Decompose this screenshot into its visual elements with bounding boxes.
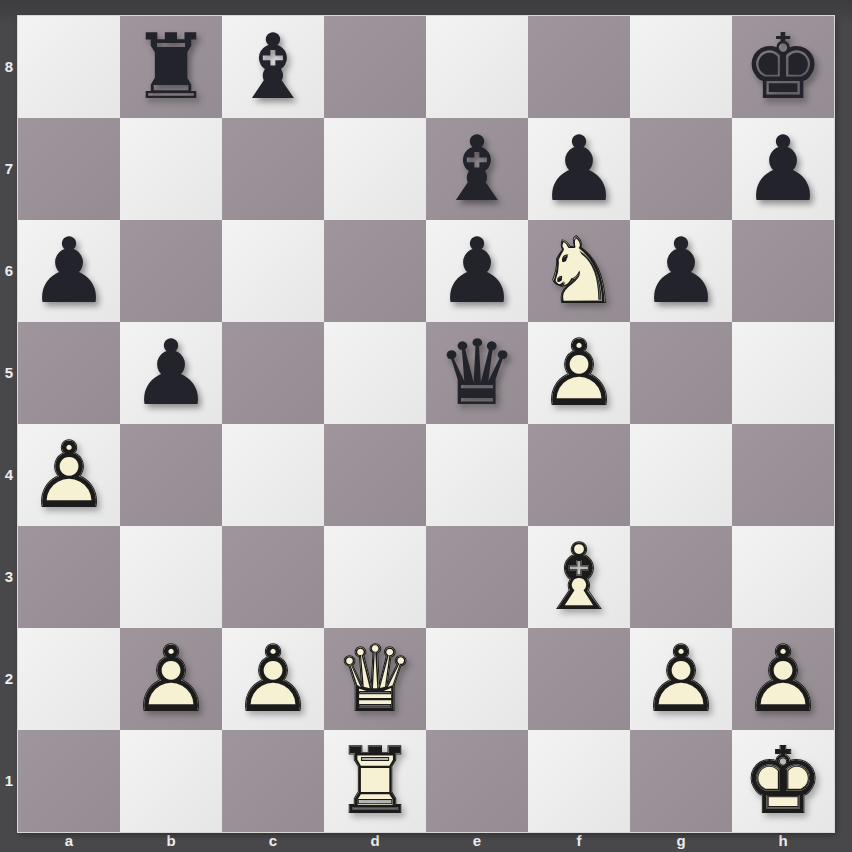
rank-label-2: 2 <box>0 628 18 730</box>
file-label-g: g <box>630 832 732 852</box>
black-pawn: ♟ <box>426 220 528 322</box>
square-e5[interactable]: ♛ <box>426 322 528 424</box>
square-a7[interactable] <box>18 118 120 220</box>
piece-glyph: ♟ <box>18 220 120 322</box>
square-d5[interactable] <box>324 322 426 424</box>
white-king: ♚♔ <box>732 730 834 832</box>
square-c4[interactable] <box>222 424 324 526</box>
square-e2[interactable] <box>426 628 528 730</box>
square-d8[interactable] <box>324 16 426 118</box>
square-c5[interactable] <box>222 322 324 424</box>
piece-glyph: ♟ <box>528 118 630 220</box>
white-pawn: ♟♙ <box>222 628 324 730</box>
square-h4[interactable] <box>732 424 834 526</box>
square-a3[interactable] <box>18 526 120 628</box>
square-b3[interactable] <box>120 526 222 628</box>
square-e7[interactable]: ♝ <box>426 118 528 220</box>
file-label-e: e <box>426 832 528 852</box>
piece-outline-glyph: ♙ <box>732 628 834 730</box>
square-f7[interactable]: ♟ <box>528 118 630 220</box>
black-pawn: ♟ <box>120 322 222 424</box>
square-h1[interactable]: ♚♔ <box>732 730 834 832</box>
black-queen: ♛ <box>426 322 528 424</box>
square-b6[interactable] <box>120 220 222 322</box>
chessboard-frame: 87654321 abcdefgh ♜♝♚♝♟♟♟♟♞♘♟♟♛♟♙♟♙♝♗♟♙♟… <box>0 0 852 852</box>
rank-labels: 87654321 <box>0 16 18 832</box>
square-e3[interactable] <box>426 526 528 628</box>
square-d3[interactable] <box>324 526 426 628</box>
square-c6[interactable] <box>222 220 324 322</box>
white-pawn: ♟♙ <box>528 322 630 424</box>
piece-outline-glyph: ♙ <box>18 424 120 526</box>
square-f6[interactable]: ♞♘ <box>528 220 630 322</box>
black-bishop: ♝ <box>426 118 528 220</box>
piece-glyph: ♟ <box>120 322 222 424</box>
piece-glyph: ♟ <box>630 220 732 322</box>
piece-glyph: ♜ <box>120 16 222 118</box>
square-g2[interactable]: ♟♙ <box>630 628 732 730</box>
square-c8[interactable]: ♝ <box>222 16 324 118</box>
square-c2[interactable]: ♟♙ <box>222 628 324 730</box>
file-label-a: a <box>18 832 120 852</box>
square-c1[interactable] <box>222 730 324 832</box>
piece-glyph: ♟ <box>732 118 834 220</box>
square-a6[interactable]: ♟ <box>18 220 120 322</box>
square-f1[interactable] <box>528 730 630 832</box>
square-g3[interactable] <box>630 526 732 628</box>
square-a2[interactable] <box>18 628 120 730</box>
white-knight: ♞♘ <box>528 220 630 322</box>
square-g8[interactable] <box>630 16 732 118</box>
piece-outline-glyph: ♗ <box>528 526 630 628</box>
square-h5[interactable] <box>732 322 834 424</box>
square-e8[interactable] <box>426 16 528 118</box>
square-a1[interactable] <box>18 730 120 832</box>
square-f3[interactable]: ♝♗ <box>528 526 630 628</box>
rank-label-7: 7 <box>0 118 18 220</box>
square-f5[interactable]: ♟♙ <box>528 322 630 424</box>
black-pawn: ♟ <box>732 118 834 220</box>
rank-label-5: 5 <box>0 322 18 424</box>
piece-glyph: ♝ <box>426 118 528 220</box>
square-b2[interactable]: ♟♙ <box>120 628 222 730</box>
rank-label-4: 4 <box>0 424 18 526</box>
piece-outline-glyph: ♙ <box>222 628 324 730</box>
white-bishop: ♝♗ <box>528 526 630 628</box>
square-a5[interactable] <box>18 322 120 424</box>
square-b8[interactable]: ♜ <box>120 16 222 118</box>
square-g1[interactable] <box>630 730 732 832</box>
square-e1[interactable] <box>426 730 528 832</box>
piece-outline-glyph: ♙ <box>630 628 732 730</box>
black-king: ♚ <box>732 16 834 118</box>
black-bishop: ♝ <box>222 16 324 118</box>
piece-glyph: ♟ <box>426 220 528 322</box>
square-g4[interactable] <box>630 424 732 526</box>
piece-outline-glyph: ♖ <box>324 730 426 832</box>
rank-label-8: 8 <box>0 16 18 118</box>
square-b4[interactable] <box>120 424 222 526</box>
white-pawn: ♟♙ <box>18 424 120 526</box>
square-b1[interactable] <box>120 730 222 832</box>
white-pawn: ♟♙ <box>120 628 222 730</box>
square-e6[interactable]: ♟ <box>426 220 528 322</box>
black-pawn: ♟ <box>18 220 120 322</box>
white-pawn: ♟♙ <box>630 628 732 730</box>
file-label-c: c <box>222 832 324 852</box>
square-h2[interactable]: ♟♙ <box>732 628 834 730</box>
white-pawn: ♟♙ <box>732 628 834 730</box>
file-label-h: h <box>732 832 834 852</box>
rank-label-3: 3 <box>0 526 18 628</box>
rank-label-1: 1 <box>0 730 18 832</box>
piece-outline-glyph: ♙ <box>120 628 222 730</box>
file-label-f: f <box>528 832 630 852</box>
square-f4[interactable] <box>528 424 630 526</box>
file-label-d: d <box>324 832 426 852</box>
square-h6[interactable] <box>732 220 834 322</box>
square-f8[interactable] <box>528 16 630 118</box>
file-label-b: b <box>120 832 222 852</box>
square-f2[interactable] <box>528 628 630 730</box>
square-a8[interactable] <box>18 16 120 118</box>
piece-glyph: ♝ <box>222 16 324 118</box>
square-d7[interactable] <box>324 118 426 220</box>
chess-board: ♜♝♚♝♟♟♟♟♞♘♟♟♛♟♙♟♙♝♗♟♙♟♙♛♕♟♙♟♙♜♖♚♔ <box>18 16 834 832</box>
piece-outline-glyph: ♕ <box>324 628 426 730</box>
square-b7[interactable] <box>120 118 222 220</box>
square-g7[interactable] <box>630 118 732 220</box>
white-rook: ♜♖ <box>324 730 426 832</box>
square-h3[interactable] <box>732 526 834 628</box>
rank-label-6: 6 <box>0 220 18 322</box>
square-c7[interactable] <box>222 118 324 220</box>
file-labels: abcdefgh <box>18 832 834 852</box>
square-d2[interactable]: ♛♕ <box>324 628 426 730</box>
square-g6[interactable]: ♟ <box>630 220 732 322</box>
square-e4[interactable] <box>426 424 528 526</box>
square-a4[interactable]: ♟♙ <box>18 424 120 526</box>
square-g5[interactable] <box>630 322 732 424</box>
square-c3[interactable] <box>222 526 324 628</box>
white-queen: ♛♕ <box>324 628 426 730</box>
black-rook: ♜ <box>120 16 222 118</box>
square-d1[interactable]: ♜♖ <box>324 730 426 832</box>
piece-outline-glyph: ♙ <box>528 322 630 424</box>
piece-glyph: ♛ <box>426 322 528 424</box>
black-pawn: ♟ <box>528 118 630 220</box>
square-h7[interactable]: ♟ <box>732 118 834 220</box>
square-d4[interactable] <box>324 424 426 526</box>
square-b5[interactable]: ♟ <box>120 322 222 424</box>
piece-outline-glyph: ♘ <box>528 220 630 322</box>
black-pawn: ♟ <box>630 220 732 322</box>
piece-outline-glyph: ♔ <box>732 730 834 832</box>
piece-glyph: ♚ <box>732 16 834 118</box>
square-d6[interactable] <box>324 220 426 322</box>
square-h8[interactable]: ♚ <box>732 16 834 118</box>
